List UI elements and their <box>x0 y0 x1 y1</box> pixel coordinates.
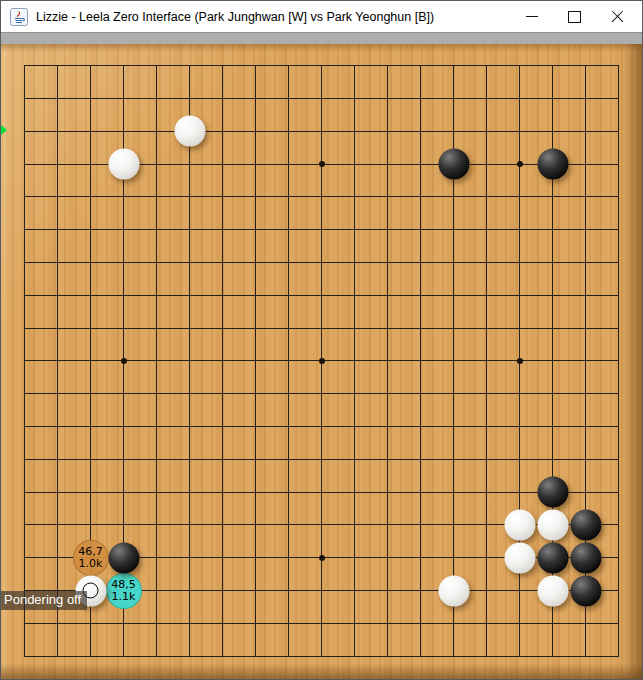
maximize-icon <box>568 11 581 23</box>
maximize-button[interactable] <box>553 1 596 32</box>
grid-vline <box>354 65 355 656</box>
menu-strip <box>1 32 642 44</box>
title-bar: Lizzie - Leela Zero Interface (Park Jung… <box>1 1 642 32</box>
lizzie-window: Lizzie - Leela Zero Interface (Park Jung… <box>0 0 643 680</box>
close-button[interactable] <box>596 1 639 32</box>
stone-white-O3 <box>438 575 469 606</box>
grid-hline <box>24 623 619 624</box>
stone-black-D4 <box>108 542 139 573</box>
grid-hline <box>24 492 619 493</box>
star-point <box>319 555 325 561</box>
stone-black-S3 <box>570 575 601 606</box>
window-title: Lizzie - Leela Zero Interface (Park Jung… <box>36 10 434 24</box>
stone-black-R4 <box>537 542 568 573</box>
minimize-icon <box>526 16 538 17</box>
pondering-status: Pondering off <box>1 591 87 610</box>
grid-hline <box>24 459 619 460</box>
candidate-move-D3[interactable]: 48,51.1k <box>106 573 142 609</box>
java-app-icon[interactable] <box>10 8 28 26</box>
grid-vline <box>618 65 619 656</box>
candidate-visits: 1.1k <box>112 591 136 603</box>
stone-black-R6 <box>537 477 568 508</box>
stone-white-F17 <box>174 116 205 147</box>
grid-hline <box>24 656 619 657</box>
left-edge-green-marker <box>1 125 7 135</box>
star-point <box>319 161 325 167</box>
candidate-move-C4[interactable]: 46,71.0k <box>73 540 109 576</box>
stone-white-D16 <box>108 149 139 180</box>
stone-white-Q5 <box>504 509 535 540</box>
stone-black-R16 <box>537 149 568 180</box>
grid-hline <box>24 393 619 394</box>
star-point <box>121 358 127 364</box>
candidate-visits: 1.0k <box>79 558 103 570</box>
stone-white-R3 <box>537 575 568 606</box>
minimize-button[interactable] <box>510 1 553 32</box>
grid-vline <box>486 65 487 656</box>
window-controls <box>510 1 639 32</box>
close-icon <box>611 10 624 23</box>
stone-black-O16 <box>438 149 469 180</box>
stone-white-Q4 <box>504 542 535 573</box>
go-board[interactable]: 46,71.0k48,51.1k <box>1 44 642 679</box>
stone-black-S4 <box>570 542 601 573</box>
star-point <box>517 358 523 364</box>
grid-vline <box>387 65 388 656</box>
grid-hline <box>24 426 619 427</box>
stone-white-R5 <box>537 509 568 540</box>
star-point <box>319 358 325 364</box>
star-point <box>517 161 523 167</box>
stone-black-S5 <box>570 509 601 540</box>
grid-vline <box>420 65 421 656</box>
